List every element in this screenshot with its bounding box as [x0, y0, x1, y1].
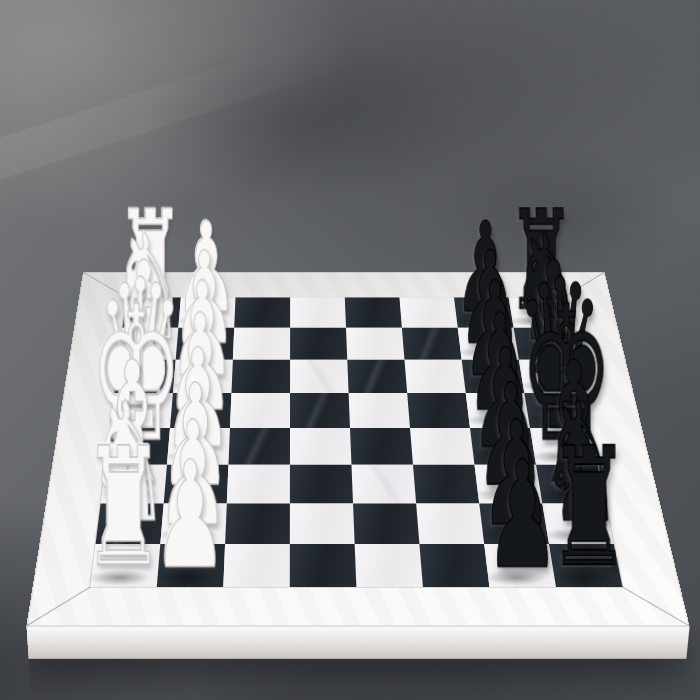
square-h4[interactable] — [290, 544, 357, 587]
white-pawn[interactable]: ♟ — [153, 445, 228, 585]
square-e3[interactable] — [228, 428, 290, 465]
square-e4[interactable] — [290, 428, 352, 465]
black-rook[interactable]: ♜ — [548, 430, 631, 585]
board-grid: ♜♟♟♜♞♟♟♞♝♟♟♝♛♟♟♛♚♟♟♚♝♟♟♝♞♟♟♞♜♟♟♜ — [90, 297, 622, 587]
frame-mitre-joint — [25, 586, 91, 626]
frame-mitre-joint — [622, 586, 691, 626]
square-b5[interactable] — [346, 328, 404, 360]
square-h1[interactable]: ♜ — [90, 544, 160, 587]
square-g4[interactable] — [290, 503, 355, 544]
square-h5[interactable] — [355, 544, 423, 587]
square-f3[interactable] — [227, 465, 290, 504]
square-a3[interactable] — [234, 297, 290, 327]
square-f4[interactable] — [290, 465, 353, 504]
square-d3[interactable] — [230, 393, 290, 428]
chess-board: ♜♟♟♜♞♟♟♞♝♟♟♝♛♟♟♛♚♟♟♚♝♟♟♝♞♟♟♞♜♟♟♜ — [26, 272, 689, 626]
square-c5[interactable] — [347, 360, 407, 393]
square-g3[interactable] — [225, 503, 290, 544]
square-c3[interactable] — [231, 360, 290, 393]
square-b6[interactable] — [402, 328, 462, 360]
square-a6[interactable] — [399, 297, 457, 327]
square-d6[interactable] — [407, 393, 470, 428]
square-d5[interactable] — [349, 393, 410, 428]
board-front-edge — [26, 626, 689, 659]
square-c6[interactable] — [404, 360, 465, 393]
square-h8[interactable]: ♜ — [549, 544, 623, 587]
square-g5[interactable] — [353, 503, 419, 544]
square-h7[interactable]: ♟ — [484, 544, 556, 587]
square-a5[interactable] — [345, 297, 402, 327]
black-pawn[interactable]: ♟ — [485, 445, 560, 585]
square-f6[interactable] — [413, 465, 479, 504]
square-f5[interactable] — [351, 465, 416, 504]
square-d4[interactable] — [290, 393, 350, 428]
square-a4[interactable] — [290, 297, 346, 327]
square-h6[interactable] — [419, 544, 489, 587]
square-h3[interactable] — [223, 544, 290, 587]
square-c4[interactable] — [290, 360, 349, 393]
square-e6[interactable] — [410, 428, 474, 465]
square-b3[interactable] — [233, 328, 290, 360]
square-b4[interactable] — [290, 328, 347, 360]
product-photo: ♜♟♟♜♞♟♟♞♝♟♟♝♛♟♟♛♚♟♟♚♝♟♟♝♞♟♟♞♜♟♟♜ — [0, 0, 700, 700]
square-e5[interactable] — [350, 428, 413, 465]
square-h2[interactable]: ♟ — [157, 544, 225, 587]
square-g6[interactable] — [416, 503, 484, 544]
board-scene: ♜♟♟♜♞♟♟♞♝♟♟♝♛♟♟♛♚♟♟♚♝♟♟♝♞♟♟♞♜♟♟♜ — [58, 136, 642, 700]
